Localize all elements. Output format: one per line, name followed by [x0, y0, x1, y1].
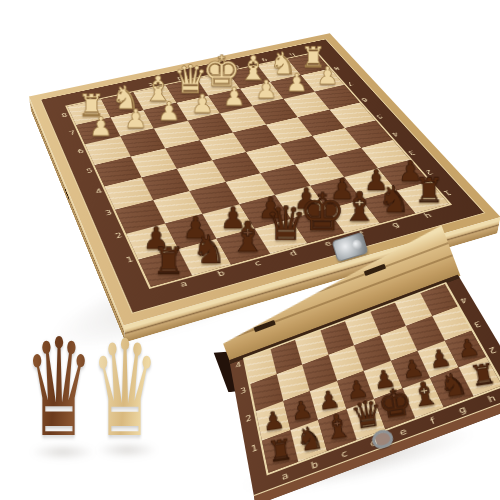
square-e5 [233, 124, 280, 152]
piece-light-pawn: ♟ [223, 84, 246, 109]
piece-dark-knight: ♞ [437, 367, 471, 402]
clasp-knob-icon [351, 239, 363, 251]
spare-pieces: ♛ ♛ [15, 312, 185, 462]
piece-dark-rook: ♜ [266, 434, 295, 467]
piece-light-pawn: ♟ [191, 91, 214, 117]
piece-dark-bishop: ♝ [408, 377, 442, 413]
piece-dark-queen: ♛ [265, 201, 307, 248]
piece-dark-rook: ♜ [414, 174, 445, 208]
piece-dark-pawn: ♟ [262, 408, 286, 436]
piece-light-queen: ♛ [91, 323, 160, 456]
coord-label-2: 2 [245, 413, 257, 445]
hinge-icon [364, 264, 386, 276]
piece-dark-queen: ♛ [25, 320, 94, 456]
piece-dark-knight: ♞ [192, 230, 227, 269]
piece-light-pawn: ♟ [124, 106, 148, 132]
coord-label-1: 1 [250, 443, 263, 478]
piece-dark-bishop: ♝ [341, 187, 377, 228]
square-b1: ♞ [290, 420, 327, 462]
hinge-icon [254, 320, 276, 332]
piece-light-pawn: ♟ [286, 70, 308, 95]
piece-dark-knight: ♞ [294, 421, 326, 457]
piece-light-pawn: ♟ [158, 98, 181, 124]
piece-dark-rook: ♜ [467, 359, 498, 391]
piece-light-pawn: ♟ [255, 77, 278, 102]
piece-light-pawn: ♟ [89, 113, 113, 139]
piece-dark-bishop: ♝ [322, 409, 355, 446]
piece-dark-bishop: ♝ [229, 216, 267, 258]
piece-dark-knight: ♞ [378, 181, 411, 218]
coord-label-4: 4 [235, 360, 246, 388]
coord-label-3: 3 [240, 386, 251, 416]
piece-dark-rook: ♜ [153, 243, 186, 280]
